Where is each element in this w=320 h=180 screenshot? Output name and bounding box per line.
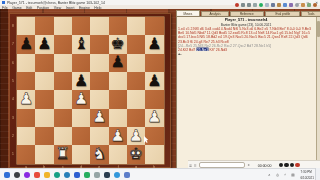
square-e3[interactable]: ♟: [90, 109, 108, 127]
square-d5[interactable]: ♟: [72, 72, 90, 90]
tab-label: Eval profile: [275, 12, 290, 15]
square-f4[interactable]: [109, 90, 127, 108]
player-icon[interactable]: [114, 172, 120, 178]
monitor-icon[interactable]: [124, 172, 130, 178]
square-d2[interactable]: [72, 127, 90, 145]
notation-content: Player_571 - tecumseh4 Banter Blitz game…: [178, 18, 314, 56]
file-label-h: h: [149, 165, 159, 168]
eval-plusminus-icon[interactable]: ±: [248, 163, 250, 167]
square-f1[interactable]: [109, 145, 127, 163]
square-a3[interactable]: [17, 109, 35, 127]
list-icon[interactable]: ≣: [189, 163, 192, 167]
piece-black-pawn: ♟: [37, 36, 51, 52]
engine-icon[interactable]: [289, 3, 293, 7]
piece-black-pawn: ♟: [19, 36, 33, 52]
tray-date: 6/10/2021: [301, 177, 310, 180]
edge-icon[interactable]: [64, 172, 70, 178]
square-c7[interactable]: [54, 35, 72, 53]
engine-stop-button[interactable]: [279, 163, 284, 168]
notification-button[interactable]: [315, 168, 320, 180]
square-g7[interactable]: [127, 35, 145, 53]
square-g5[interactable]: [127, 72, 145, 90]
piece-black-pawn: ♟: [74, 73, 88, 89]
forward-icon[interactable]: [247, 3, 251, 7]
square-a5[interactable]: [17, 72, 35, 90]
engine-play-button[interactable]: [290, 163, 295, 168]
piece-white-pawn: ♟: [129, 128, 143, 144]
up-icon[interactable]: [253, 3, 257, 7]
square-f6[interactable]: ♟: [109, 54, 127, 72]
piece-white-pawn: ♟: [92, 109, 106, 125]
piece-white-rook: ♜: [56, 146, 70, 162]
square-c3[interactable]: [54, 109, 72, 127]
square-b8[interactable]: [35, 17, 53, 35]
square-e5[interactable]: [90, 72, 108, 90]
start-button[interactable]: [4, 172, 10, 178]
square-h2[interactable]: [145, 127, 163, 145]
clock-icon[interactable]: [295, 3, 299, 7]
square-e4[interactable]: [90, 90, 108, 108]
square-a8[interactable]: [17, 17, 35, 35]
tab-label: Moves: [183, 12, 192, 15]
board-icon[interactable]: [265, 3, 269, 7]
rank-labels: 87654321: [9, 17, 17, 164]
folder-icon[interactable]: [44, 172, 50, 178]
grid-icon[interactable]: ⠿: [194, 163, 197, 167]
record-icon[interactable]: [235, 3, 239, 7]
rank-label-5: 5: [11, 76, 15, 86]
main-area: 87654321 ♟♟♝♚♟♟♟♟♟♟♟♟♟♟♜♞♚ abcdefgh Move…: [0, 9, 320, 168]
go-icon[interactable]: [259, 3, 263, 7]
piece-black-pawn: ♟: [147, 36, 161, 52]
notation-icon[interactable]: [271, 3, 275, 7]
square-g6[interactable]: [127, 54, 145, 72]
square-e6[interactable]: [90, 54, 108, 72]
square-h5[interactable]: ♟: [145, 72, 163, 90]
back-icon[interactable]: [241, 3, 245, 7]
tray-icon-2[interactable]: ⚡: [284, 172, 287, 176]
tray-icon-1[interactable]: ◎: [276, 172, 279, 176]
rank-label-7: 7: [11, 39, 15, 49]
square-e1[interactable]: ♞: [90, 145, 108, 163]
system-tray: ∧◎⚡▤: [267, 168, 296, 180]
piece-black-king: ♚: [111, 36, 125, 52]
square-b2[interactable]: [35, 127, 53, 145]
square-a1[interactable]: [17, 145, 35, 163]
square-c6[interactable]: [54, 54, 72, 72]
piece-black-pawn: ♟: [147, 73, 161, 89]
piece-white-pawn: ♟: [147, 109, 161, 125]
tray-icon-3[interactable]: ▤: [291, 172, 294, 176]
square-b4[interactable]: [35, 90, 53, 108]
book-icon[interactable]: [277, 3, 281, 7]
toolbar: [235, 2, 317, 8]
piece-black-pawn: ♟: [111, 54, 125, 70]
square-b6[interactable]: [35, 54, 53, 72]
record-button[interactable]: [295, 163, 300, 168]
square-e8[interactable]: [90, 17, 108, 35]
rank-label-6: 6: [11, 58, 15, 68]
rank-label-3: 3: [11, 113, 15, 123]
file-label-d: d: [76, 165, 86, 168]
board-squares: ♟♟♝♚♟♟♟♟♟♟♟♟♟♟♜♞♚: [17, 17, 164, 164]
square-d4[interactable]: ♟: [72, 90, 90, 108]
rank-label-1: 1: [11, 149, 15, 159]
square-g3[interactable]: [127, 109, 145, 127]
square-g8[interactable]: [127, 17, 145, 35]
mail-icon[interactable]: [34, 172, 40, 178]
rank-label-4: 4: [11, 94, 15, 104]
square-g4[interactable]: [127, 90, 145, 108]
file-label-c: c: [58, 165, 68, 168]
search-icon[interactable]: [14, 172, 20, 178]
square-d1[interactable]: [72, 145, 90, 163]
engine-pause-button[interactable]: [284, 163, 289, 168]
selected-move[interactable]: 25.Ne1: [196, 48, 208, 52]
square-h4[interactable]: [145, 90, 163, 108]
app-icon: [2, 1, 5, 4]
excel-icon[interactable]: [84, 172, 90, 178]
evaluation-symbol: +-: [178, 52, 314, 57]
square-a4[interactable]: ♟: [17, 90, 35, 108]
piece-white-pawn: ♟: [74, 91, 88, 107]
square-a6[interactable]: [17, 54, 35, 72]
square-a7[interactable]: ♟: [17, 35, 35, 53]
square-c2[interactable]: [54, 127, 72, 145]
square-e7[interactable]: [90, 35, 108, 53]
square-h1[interactable]: [145, 145, 163, 163]
tray-icon-0[interactable]: ∧: [268, 172, 271, 176]
square-b7[interactable]: ♟: [35, 35, 53, 53]
piece-white-king: ♚: [129, 146, 143, 162]
word-icon[interactable]: [74, 172, 80, 178]
square-g2[interactable]: ♟: [127, 127, 145, 145]
file-label-f: f: [113, 165, 123, 168]
code-icon[interactable]: [104, 172, 110, 178]
square-c8[interactable]: [54, 17, 72, 35]
tray-time: 7:30 PM: [301, 171, 310, 174]
browser-icon[interactable]: [24, 172, 30, 178]
piece-black-bishop: ♝: [74, 36, 88, 52]
chess-board: 87654321 ♟♟♝♚♟♟♟♟♟♟♟♟♟♟♜♞♚ abcdefgh: [9, 13, 171, 168]
settings-icon[interactable]: [313, 3, 317, 7]
square-a2[interactable]: [17, 127, 35, 145]
rank-label-2: 2: [11, 131, 15, 141]
notation-panel: Player_571 - tecumseh4 Banter Blitz game…: [176, 16, 320, 171]
square-b1[interactable]: [35, 145, 53, 163]
square-d8[interactable]: [72, 17, 90, 35]
tab-label: Tools: [308, 12, 315, 15]
square-f8[interactable]: [109, 17, 127, 35]
scrollbar[interactable]: [316, 17, 320, 170]
square-e2[interactable]: [90, 127, 108, 145]
square-g1[interactable]: ♚: [127, 145, 145, 163]
square-d3[interactable]: [72, 109, 90, 127]
piece-white-pawn: ♟: [111, 128, 125, 144]
game-event: Banter Blitz game (23), 10.06.2021: [178, 22, 314, 26]
mainline-moves[interactable]: 1.e4 c5 2.Nf3 d6 3.d4 cxd4 4.Nxd4 Nf6 5.…: [178, 27, 314, 43]
square-f5[interactable]: [109, 72, 127, 90]
tab-label: Reference: [240, 12, 254, 15]
square-h8[interactable]: [145, 17, 163, 35]
app-window: Player_571 - tecumseh@chess, Banter Blit…: [0, 0, 320, 180]
file-label-a: a: [21, 165, 31, 168]
square-d6[interactable]: [72, 54, 90, 72]
notes-icon[interactable]: [94, 172, 100, 178]
file-label-b: b: [39, 165, 49, 168]
square-h3[interactable]: ♟: [145, 109, 163, 127]
piece-white-pawn: ♟: [19, 91, 33, 107]
rank-label-8: 8: [11, 21, 15, 31]
database-icon[interactable]: [301, 3, 305, 7]
square-f7[interactable]: ♚: [109, 35, 127, 53]
move-text[interactable]: Kf7 26.Nd3: [209, 48, 227, 52]
square-c5[interactable]: [54, 72, 72, 90]
window-title: Player_571 - tecumseh@chess, Banter Blit…: [7, 1, 105, 5]
camera-icon[interactable]: [307, 3, 311, 7]
scrollbar-thumb[interactable]: [317, 21, 320, 37]
square-c1[interactable]: ♜: [54, 145, 72, 163]
file-label-g: g: [131, 165, 141, 168]
square-f2[interactable]: ♟: [109, 127, 127, 145]
game-clock: 00:00:00: [258, 163, 272, 167]
square-b3[interactable]: [35, 109, 53, 127]
square-d7[interactable]: ♝: [72, 35, 90, 53]
square-f3[interactable]: [109, 109, 127, 127]
taskbar-clock[interactable]: 7:30 PM 6/10/2021: [296, 169, 314, 180]
chat-icon[interactable]: [54, 172, 60, 178]
analysis-icon[interactable]: [283, 3, 287, 7]
file-label-e: e: [94, 165, 104, 168]
square-b5[interactable]: [35, 72, 53, 90]
square-h7[interactable]: ♟: [145, 35, 163, 53]
move-text[interactable]: 24.Kf2 Bd7: [178, 48, 196, 52]
piece-white-knight: ♞: [92, 146, 106, 162]
square-c4[interactable]: [54, 90, 72, 108]
square-h6[interactable]: [145, 54, 163, 72]
tab-label: Analysis: [209, 12, 220, 15]
